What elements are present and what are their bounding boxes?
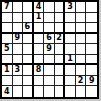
cell-r7c7[interactable] [65,65,76,76]
cell-r2c4[interactable]: 1 [34,13,45,24]
cell-r1c9[interactable] [86,2,97,13]
cell-r5c8[interactable] [76,44,87,55]
cell-r1c7[interactable]: 3 [65,2,76,13]
cell-r1c4[interactable]: 4 [34,2,45,13]
cell-r1c2[interactable] [13,2,24,13]
cell-r9c3[interactable] [23,86,34,97]
cell-r4c6[interactable]: 2 [55,34,66,45]
cell-r1c6[interactable] [55,2,66,13]
cell-r4c7[interactable] [65,34,76,45]
cell-r8c8[interactable]: 2 [76,76,87,87]
cell-r5c5[interactable]: 9 [44,44,55,55]
cell-r3c7[interactable] [65,23,76,34]
cell-r3c6[interactable] [55,23,66,34]
cell-r2c1[interactable] [2,13,13,24]
cell-r7c1[interactable]: 1 [2,65,13,76]
cell-r7c6[interactable] [55,65,66,76]
cell-r4c4[interactable] [34,34,45,45]
cell-r1c3[interactable] [23,2,34,13]
cell-r5c6[interactable] [55,44,66,55]
cell-r9c8[interactable] [76,86,87,97]
cell-r7c5[interactable] [44,65,55,76]
cell-r6c3[interactable] [23,55,34,66]
cell-r6c9[interactable] [86,55,97,66]
cell-r4c8[interactable] [76,34,87,45]
cell-r8c3[interactable] [23,76,34,87]
cell-r4c1[interactable] [2,34,13,45]
cell-r8c4[interactable] [34,76,45,87]
cell-r4c2[interactable]: 9 [13,34,24,45]
cell-r2c6[interactable] [55,13,66,24]
cell-r5c3[interactable] [23,44,34,55]
cell-r7c8[interactable] [76,65,87,76]
cell-r3c9[interactable] [86,23,97,34]
cell-r4c9[interactable] [86,34,97,45]
cell-r9c5[interactable] [44,86,55,97]
cell-r6c2[interactable] [13,55,24,66]
cell-r1c8[interactable] [76,2,87,13]
cell-r5c9[interactable] [86,44,97,55]
cell-r6c5[interactable] [44,55,55,66]
cell-r8c7[interactable] [65,76,76,87]
cell-r8c1[interactable] [2,76,13,87]
cell-r1c5[interactable] [44,2,55,13]
cell-r2c5[interactable] [44,13,55,24]
cell-r6c8[interactable] [76,55,87,66]
cell-r3c1[interactable] [2,23,13,34]
cell-r6c6[interactable] [55,55,66,66]
cell-r8c5[interactable] [44,76,55,87]
cell-r8c2[interactable] [13,76,24,87]
cell-r3c8[interactable] [76,23,87,34]
cell-r7c9[interactable] [86,65,97,76]
cell-r9c2[interactable] [13,86,24,97]
cell-r7c3[interactable] [23,65,34,76]
cell-r2c8[interactable] [76,13,87,24]
cell-r7c2[interactable]: 3 [13,65,24,76]
cell-r3c4[interactable] [34,23,45,34]
cell-r3c5[interactable] [44,23,55,34]
cell-r1c1[interactable]: 7 [2,2,13,13]
cell-r6c7[interactable]: 1 [65,55,76,66]
cell-r9c9[interactable] [86,86,97,97]
cell-r9c7[interactable] [65,86,76,97]
cell-r5c1[interactable]: 5 [2,44,13,55]
cell-r2c9[interactable] [86,13,97,24]
cell-r5c2[interactable] [13,44,24,55]
cell-r4c5[interactable]: 6 [44,34,55,45]
cell-r2c7[interactable] [65,13,76,24]
sudoku-board: 74316962591138294 [0,0,99,99]
cell-r8c9[interactable]: 9 [86,76,97,87]
cell-r6c4[interactable] [34,55,45,66]
cell-r3c3[interactable]: 6 [23,23,34,34]
cell-r2c2[interactable] [13,13,24,24]
cell-r7c4[interactable]: 8 [34,65,45,76]
cell-r9c6[interactable] [55,86,66,97]
cell-r9c1[interactable]: 4 [2,86,13,97]
cell-r3c2[interactable] [13,23,24,34]
cell-r6c1[interactable] [2,55,13,66]
cell-r8c6[interactable] [55,76,66,87]
sudoku-page: 74316962591138294 [0,0,101,101]
cell-r4c3[interactable] [23,34,34,45]
cell-r9c4[interactable] [34,86,45,97]
cell-r5c4[interactable] [34,44,45,55]
